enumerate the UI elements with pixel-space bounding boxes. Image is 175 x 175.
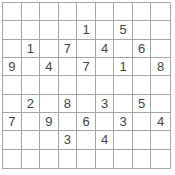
cell-r9c1[interactable] [3,150,22,168]
cell-r4c9[interactable]: 8 [151,58,170,76]
cell-r6c5[interactable] [77,95,96,113]
cell-r3c7[interactable] [114,40,133,58]
cell-r2c7[interactable]: 5 [114,21,133,39]
cell-r4c3[interactable]: 4 [40,58,59,76]
cell-r1c4[interactable] [59,3,78,21]
cell-r8c4[interactable]: 3 [59,131,78,149]
cell-r4c2[interactable] [22,58,41,76]
cell-r2c9[interactable] [151,21,170,39]
cell-r1c2[interactable] [22,3,41,21]
cell-r1c9[interactable] [151,3,170,21]
cell-r9c6[interactable] [96,150,115,168]
cell-r8c3[interactable] [40,131,59,149]
cell-r7c3[interactable]: 9 [40,113,59,131]
cell-r2c8[interactable] [133,21,152,39]
cell-r7c5[interactable]: 6 [77,113,96,131]
cell-r5c6[interactable] [96,76,115,94]
cell-r1c3[interactable] [40,3,59,21]
cell-r5c2[interactable] [22,76,41,94]
cell-r8c6[interactable]: 4 [96,131,115,149]
sudoku-board: 1517469471828357963434 [2,2,171,169]
cell-r1c5[interactable] [77,3,96,21]
cell-r2c6[interactable] [96,21,115,39]
cell-r9c8[interactable] [133,150,152,168]
cell-r9c5[interactable] [77,150,96,168]
cell-r6c9[interactable] [151,95,170,113]
cell-r9c4[interactable] [59,150,78,168]
cell-r3c8[interactable]: 6 [133,40,152,58]
cell-r7c2[interactable] [22,113,41,131]
cell-r4c8[interactable] [133,58,152,76]
cell-r8c5[interactable] [77,131,96,149]
cell-r7c6[interactable] [96,113,115,131]
cell-r3c1[interactable] [3,40,22,58]
cell-r4c7[interactable]: 1 [114,58,133,76]
cell-r9c7[interactable] [114,150,133,168]
cell-r6c1[interactable] [3,95,22,113]
cell-r8c1[interactable] [3,131,22,149]
cell-r6c4[interactable]: 8 [59,95,78,113]
cell-r9c9[interactable] [151,150,170,168]
cell-r8c8[interactable] [133,131,152,149]
cell-r7c9[interactable]: 4 [151,113,170,131]
cell-r3c5[interactable] [77,40,96,58]
cell-r5c3[interactable] [40,76,59,94]
cell-r2c4[interactable] [59,21,78,39]
cell-r4c6[interactable] [96,58,115,76]
cell-r2c1[interactable] [3,21,22,39]
cell-r3c9[interactable] [151,40,170,58]
cell-r1c7[interactable] [114,3,133,21]
cell-r2c5[interactable]: 1 [77,21,96,39]
cell-r9c3[interactable] [40,150,59,168]
cell-r8c2[interactable] [22,131,41,149]
cell-r3c6[interactable]: 4 [96,40,115,58]
cell-r1c8[interactable] [133,3,152,21]
sudoku-app: 1517469471828357963434 [0,0,175,175]
cell-r6c6[interactable]: 3 [96,95,115,113]
cell-r6c3[interactable] [40,95,59,113]
cell-r2c2[interactable] [22,21,41,39]
cell-r7c7[interactable]: 3 [114,113,133,131]
cell-r1c6[interactable] [96,3,115,21]
cell-r4c4[interactable] [59,58,78,76]
cell-r5c4[interactable] [59,76,78,94]
cell-r8c7[interactable] [114,131,133,149]
cell-r1c1[interactable] [3,3,22,21]
cell-r3c2[interactable]: 1 [22,40,41,58]
cell-r6c8[interactable]: 5 [133,95,152,113]
cell-r6c7[interactable] [114,95,133,113]
cell-r9c2[interactable] [22,150,41,168]
cell-r5c9[interactable] [151,76,170,94]
cell-r6c2[interactable]: 2 [22,95,41,113]
cell-r5c8[interactable] [133,76,152,94]
cell-r3c3[interactable] [40,40,59,58]
cell-r5c5[interactable] [77,76,96,94]
cell-r2c3[interactable] [40,21,59,39]
cell-r4c5[interactable]: 7 [77,58,96,76]
cell-r8c9[interactable] [151,131,170,149]
cell-r4c1[interactable]: 9 [3,58,22,76]
cell-r5c1[interactable] [3,76,22,94]
cell-r3c4[interactable]: 7 [59,40,78,58]
cell-r7c1[interactable]: 7 [3,113,22,131]
cell-r5c7[interactable] [114,76,133,94]
cell-r7c8[interactable] [133,113,152,131]
cell-r7c4[interactable] [59,113,78,131]
